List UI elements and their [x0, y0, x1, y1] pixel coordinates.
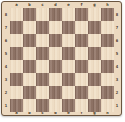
board-mat: abcdefgh abcdefgh 87654321 87654321 [1, 1, 122, 116]
square-g2[interactable] [88, 86, 101, 99]
square-e8[interactable] [62, 8, 75, 21]
square-g8[interactable] [88, 8, 101, 21]
square-a2[interactable] [10, 86, 23, 99]
square-f7[interactable] [75, 21, 88, 34]
square-a3[interactable] [10, 73, 23, 86]
chessboard-screenshot: { "game": "chess", "position": { "fen": … [0, 0, 125, 122]
square-b2[interactable] [23, 86, 36, 99]
square-c1[interactable] [36, 99, 49, 112]
square-c6[interactable] [36, 34, 49, 47]
rank-label-8: 8 [113, 8, 121, 21]
square-b4[interactable] [23, 60, 36, 73]
square-d4[interactable] [49, 60, 62, 73]
square-f3[interactable] [75, 73, 88, 86]
square-h1[interactable] [101, 99, 114, 112]
square-d2[interactable] [49, 86, 62, 99]
rank-label-3: 3 [113, 73, 121, 86]
square-b1[interactable] [23, 99, 36, 112]
rank-label-6: 6 [2, 34, 10, 47]
square-c2[interactable] [36, 86, 49, 99]
square-b7[interactable] [23, 21, 36, 34]
square-a8[interactable] [10, 8, 23, 21]
square-e1[interactable] [62, 99, 75, 112]
square-g7[interactable] [88, 21, 101, 34]
square-d1[interactable] [49, 99, 62, 112]
square-d7[interactable] [49, 21, 62, 34]
square-b5[interactable] [23, 47, 36, 60]
square-d3[interactable] [49, 73, 62, 86]
square-f8[interactable] [75, 8, 88, 21]
square-h4[interactable] [101, 60, 114, 73]
square-h6[interactable] [101, 34, 114, 47]
square-f1[interactable] [75, 99, 88, 112]
square-a6[interactable] [10, 34, 23, 47]
square-f2[interactable] [75, 86, 88, 99]
square-a5[interactable] [10, 47, 23, 60]
square-g1[interactable] [88, 99, 101, 112]
rank-label-3: 3 [2, 73, 10, 86]
rank-label-8: 8 [2, 8, 10, 21]
square-a7[interactable] [10, 21, 23, 34]
square-b3[interactable] [23, 73, 36, 86]
rank-label-4: 4 [2, 60, 10, 73]
square-c5[interactable] [36, 47, 49, 60]
square-e5[interactable] [62, 47, 75, 60]
square-h8[interactable] [101, 8, 114, 21]
rank-label-5: 5 [113, 47, 121, 60]
rank-label-7: 7 [113, 21, 121, 34]
square-g6[interactable] [88, 34, 101, 47]
square-g3[interactable] [88, 73, 101, 86]
square-e2[interactable] [62, 86, 75, 99]
square-e3[interactable] [62, 73, 75, 86]
chess-board-grid [10, 8, 114, 112]
square-h5[interactable] [101, 47, 114, 60]
rank-label-2: 2 [2, 86, 10, 99]
square-b8[interactable] [23, 8, 36, 21]
square-c4[interactable] [36, 60, 49, 73]
square-g4[interactable] [88, 60, 101, 73]
rank-label-7: 7 [2, 21, 10, 34]
square-d6[interactable] [49, 34, 62, 47]
rank-labels-right: 87654321 [113, 8, 121, 112]
square-f6[interactable] [75, 34, 88, 47]
rank-labels-left: 87654321 [2, 8, 10, 112]
square-g5[interactable] [88, 47, 101, 60]
rank-label-1: 1 [113, 99, 121, 112]
square-h3[interactable] [101, 73, 114, 86]
square-d5[interactable] [49, 47, 62, 60]
square-f4[interactable] [75, 60, 88, 73]
square-a4[interactable] [10, 60, 23, 73]
square-e4[interactable] [62, 60, 75, 73]
square-e7[interactable] [62, 21, 75, 34]
rank-label-4: 4 [113, 60, 121, 73]
rank-label-5: 5 [2, 47, 10, 60]
square-h7[interactable] [101, 21, 114, 34]
square-b6[interactable] [23, 34, 36, 47]
square-h2[interactable] [101, 86, 114, 99]
rank-label-2: 2 [113, 86, 121, 99]
rank-label-6: 6 [113, 34, 121, 47]
square-a1[interactable] [10, 99, 23, 112]
square-d8[interactable] [49, 8, 62, 21]
square-f5[interactable] [75, 47, 88, 60]
square-e6[interactable] [62, 34, 75, 47]
square-c7[interactable] [36, 21, 49, 34]
square-c3[interactable] [36, 73, 49, 86]
square-c8[interactable] [36, 8, 49, 21]
rank-label-1: 1 [2, 99, 10, 112]
